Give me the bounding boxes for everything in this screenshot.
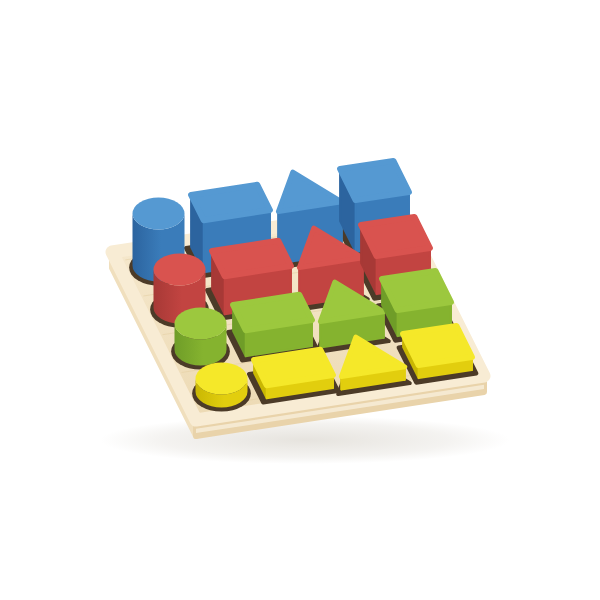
- box-top: [361, 217, 430, 256]
- piece-green-rectangle[interactable]: [233, 295, 312, 356]
- shape-sorting-board: [0, 0, 600, 600]
- box-top: [403, 326, 472, 365]
- box-top: [340, 161, 409, 200]
- piece-green-cylinder[interactable]: [175, 308, 227, 366]
- piece-yellow-cylinder[interactable]: [196, 363, 248, 408]
- box-top: [382, 271, 451, 310]
- board-shadow: [100, 416, 510, 464]
- triangle-top: [278, 172, 341, 211]
- cylinder-top: [196, 363, 248, 395]
- cylinder-top: [133, 198, 185, 230]
- product-photo-canvas: [0, 0, 600, 600]
- cylinder-top: [175, 308, 227, 340]
- cylinder-top: [154, 254, 206, 286]
